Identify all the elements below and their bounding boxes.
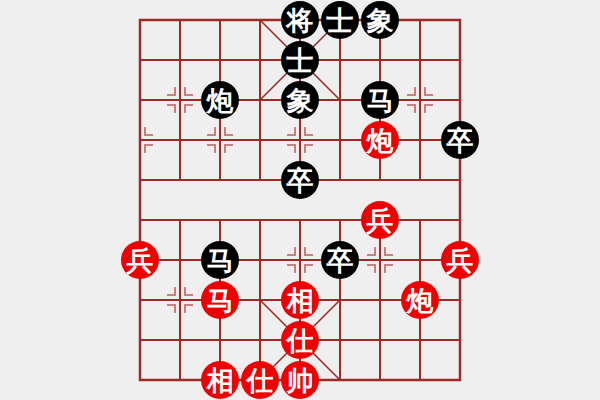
piece-red-c4r8[interactable]: 仕 — [281, 321, 319, 359]
piece-black-c5r0[interactable]: 士 — [321, 1, 359, 39]
xiangqi-pieces-layer: 将士象士炮象马炮卒卒兵兵马卒兵马相炮仕相仕帅 — [120, 0, 480, 400]
piece-black-c2r2[interactable]: 炮 — [201, 81, 239, 119]
piece-black-c5r6[interactable]: 卒 — [321, 241, 359, 279]
piece-red-c7r7[interactable]: 炮 — [401, 281, 439, 319]
piece-red-c2r9[interactable]: 相 — [201, 361, 239, 399]
piece-red-c6r3[interactable]: 炮 — [361, 121, 399, 159]
piece-red-c3r9[interactable]: 仕 — [241, 361, 279, 399]
piece-black-c4r2[interactable]: 象 — [281, 81, 319, 119]
piece-black-c4r1[interactable]: 士 — [281, 41, 319, 79]
piece-black-c4r4[interactable]: 卒 — [281, 161, 319, 199]
piece-black-c8r3[interactable]: 卒 — [441, 121, 479, 159]
piece-black-c4r0[interactable]: 将 — [281, 1, 319, 39]
piece-red-c8r6[interactable]: 兵 — [441, 241, 479, 279]
xiangqi-app: 将士象士炮象马炮卒卒兵兵马卒兵马相炮仕相仕帅 — [0, 0, 600, 400]
piece-red-c4r7[interactable]: 相 — [281, 281, 319, 319]
piece-red-c0r6[interactable]: 兵 — [121, 241, 159, 279]
piece-red-c6r5[interactable]: 兵 — [361, 201, 399, 239]
piece-black-c6r2[interactable]: 马 — [361, 81, 399, 119]
piece-black-c6r0[interactable]: 象 — [361, 1, 399, 39]
piece-red-c2r7[interactable]: 马 — [201, 281, 239, 319]
piece-red-c4r9[interactable]: 帅 — [281, 361, 319, 399]
piece-black-c2r6[interactable]: 马 — [201, 241, 239, 279]
